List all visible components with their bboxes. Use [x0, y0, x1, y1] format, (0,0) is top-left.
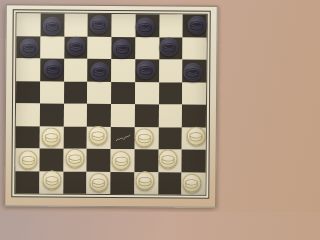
- square-r7c8[interactable]: [182, 150, 206, 173]
- square-r8c3[interactable]: [63, 171, 87, 194]
- square-r5c4[interactable]: [87, 104, 111, 127]
- square-r3c6[interactable]: ⛂: [135, 59, 159, 82]
- square-r8c7[interactable]: [158, 172, 182, 195]
- white-piece[interactable]: ⛀: [112, 151, 131, 170]
- black-piece[interactable]: ⛂: [136, 60, 155, 79]
- board-grid: ⛂⛂⛂⛂⛂⛂⛂⛂⛂⛂⛂⛂⛀⛀⛀⛀⛀⛀⛀⛀⛀⛀⛀⛀: [15, 13, 206, 194]
- black-piece[interactable]: ⛂: [43, 59, 62, 78]
- square-r1c2[interactable]: ⛂: [40, 13, 64, 36]
- black-piece[interactable]: ⛂: [113, 39, 132, 58]
- square-r5c3[interactable]: [63, 104, 87, 127]
- square-r7c6[interactable]: [134, 149, 158, 172]
- board-inner-border: ⛂⛂⛂⛂⛂⛂⛂⛂⛂⛂⛂⛂⛀⛀⛀⛀⛀⛀⛀⛀⛀⛀⛀⛀: [14, 12, 207, 196]
- board-frame-border: ⛂⛂⛂⛂⛂⛂⛂⛂⛂⛂⛂⛂⛀⛀⛀⛀⛀⛀⛀⛀⛀⛀⛀⛀: [11, 9, 210, 199]
- black-piece[interactable]: ⛂: [159, 38, 178, 57]
- white-piece[interactable]: ⛀: [158, 149, 177, 168]
- square-r6c1[interactable]: [16, 126, 40, 149]
- signature-scribble: [114, 132, 132, 145]
- square-r7c3[interactable]: ⛀: [63, 149, 87, 172]
- black-piece[interactable]: ⛂: [136, 17, 155, 36]
- white-piece[interactable]: ⛀: [186, 127, 205, 146]
- black-piece[interactable]: ⛂: [187, 15, 206, 34]
- square-r5c7[interactable]: [158, 104, 182, 127]
- square-r8c5[interactable]: [110, 171, 134, 194]
- white-piece[interactable]: ⛀: [89, 173, 108, 192]
- square-r1c4[interactable]: ⛂: [88, 14, 112, 37]
- square-r7c7[interactable]: ⛀: [158, 149, 182, 172]
- black-piece[interactable]: ⛂: [89, 15, 108, 34]
- square-r2c6[interactable]: [135, 37, 159, 60]
- square-r3c4[interactable]: ⛂: [87, 59, 111, 82]
- square-r4c1[interactable]: [16, 81, 40, 104]
- square-r8c6[interactable]: ⛀: [134, 172, 158, 195]
- black-piece[interactable]: ⛂: [90, 62, 109, 81]
- black-piece[interactable]: ⛂: [43, 16, 62, 35]
- square-r3c7[interactable]: [159, 59, 183, 82]
- square-r4c3[interactable]: [64, 81, 88, 104]
- square-r7c2[interactable]: [39, 148, 63, 171]
- square-r1c7[interactable]: [159, 14, 183, 37]
- square-r2c8[interactable]: [183, 37, 207, 60]
- square-r3c3[interactable]: [64, 59, 88, 82]
- square-r4c4[interactable]: [87, 81, 111, 104]
- square-r3c8[interactable]: ⛂: [182, 60, 206, 83]
- square-r6c3[interactable]: [63, 126, 87, 149]
- square-r6c7[interactable]: [158, 127, 182, 150]
- square-r1c6[interactable]: ⛂: [135, 14, 159, 37]
- square-r7c4[interactable]: [87, 149, 111, 172]
- square-r1c5[interactable]: [112, 14, 136, 37]
- square-r3c5[interactable]: [111, 59, 135, 82]
- square-r4c5[interactable]: [111, 82, 135, 105]
- square-r7c1[interactable]: ⛀: [15, 148, 39, 171]
- square-r2c3[interactable]: ⛂: [64, 36, 88, 59]
- square-r3c1[interactable]: [16, 58, 40, 81]
- square-r4c7[interactable]: [159, 82, 183, 105]
- square-r5c5[interactable]: [111, 104, 135, 127]
- square-r8c1[interactable]: [15, 171, 39, 194]
- square-r2c7[interactable]: ⛂: [159, 37, 183, 60]
- square-r8c4[interactable]: ⛀: [87, 171, 111, 194]
- white-piece[interactable]: ⛀: [65, 148, 84, 167]
- square-r2c4[interactable]: [88, 36, 112, 59]
- square-r6c6[interactable]: ⛀: [134, 127, 158, 150]
- square-r2c1[interactable]: ⛂: [16, 36, 40, 59]
- checkers-board: ⛂⛂⛂⛂⛂⛂⛂⛂⛂⛂⛂⛂⛀⛀⛀⛀⛀⛀⛀⛀⛀⛀⛀⛀: [4, 4, 218, 208]
- white-piece[interactable]: ⛀: [88, 126, 107, 145]
- white-piece[interactable]: ⛀: [42, 128, 61, 147]
- square-r6c8[interactable]: ⛀: [182, 127, 206, 150]
- square-r4c6[interactable]: [135, 82, 159, 105]
- square-r8c2[interactable]: ⛀: [39, 171, 63, 194]
- square-r3c2[interactable]: ⛂: [40, 58, 64, 81]
- square-r1c3[interactable]: [64, 14, 88, 37]
- white-piece[interactable]: ⛀: [19, 150, 38, 169]
- black-piece[interactable]: ⛂: [20, 39, 39, 58]
- square-r5c8[interactable]: [182, 105, 206, 128]
- black-piece[interactable]: ⛂: [183, 62, 202, 81]
- square-r2c2[interactable]: [40, 36, 64, 59]
- square-r5c1[interactable]: [16, 103, 40, 126]
- square-r4c8[interactable]: [182, 82, 206, 105]
- square-r6c2[interactable]: ⛀: [39, 126, 63, 149]
- square-r2c5[interactable]: ⛂: [111, 37, 135, 60]
- white-piece[interactable]: ⛀: [135, 128, 154, 147]
- white-piece[interactable]: ⛀: [182, 174, 201, 193]
- square-r1c1[interactable]: [17, 13, 41, 36]
- square-r4c2[interactable]: [40, 81, 64, 104]
- square-r8c8[interactable]: ⛀: [182, 172, 206, 195]
- square-r5c2[interactable]: [40, 103, 64, 126]
- square-r7c5[interactable]: ⛀: [110, 149, 134, 172]
- white-piece[interactable]: ⛀: [42, 171, 61, 190]
- square-r1c8[interactable]: ⛂: [183, 15, 207, 38]
- white-piece[interactable]: ⛀: [135, 171, 154, 190]
- square-r6c5[interactable]: [111, 126, 135, 149]
- photo-background: ⛂⛂⛂⛂⛂⛂⛂⛂⛂⛂⛂⛂⛀⛀⛀⛀⛀⛀⛀⛀⛀⛀⛀⛀: [0, 0, 225, 212]
- square-r5c6[interactable]: [135, 104, 159, 127]
- square-r6c4[interactable]: ⛀: [87, 126, 111, 149]
- black-piece[interactable]: ⛂: [66, 37, 85, 56]
